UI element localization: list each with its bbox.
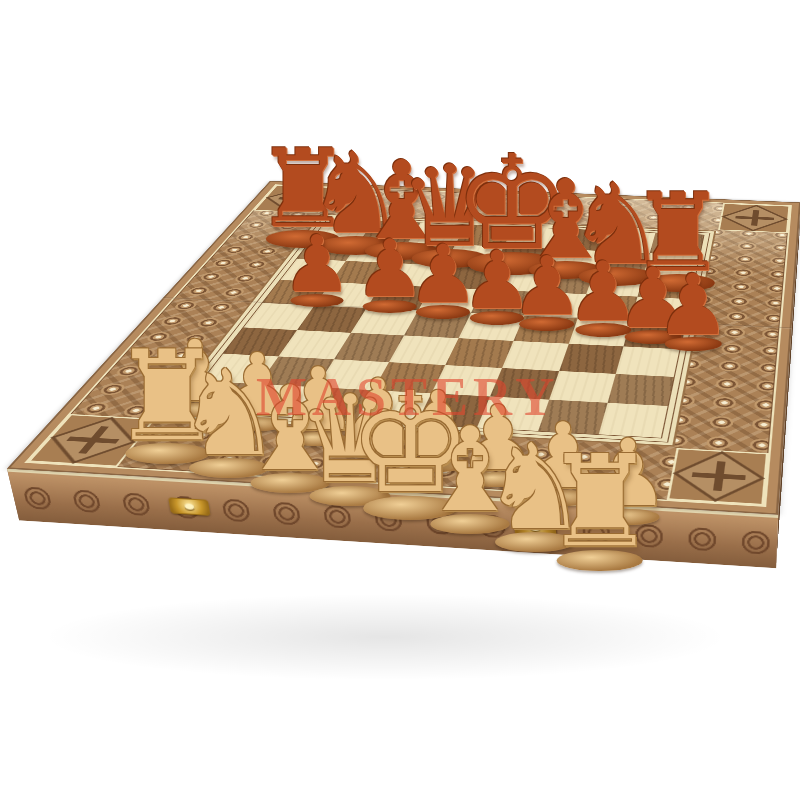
brass-clasp-right bbox=[514, 519, 556, 538]
square-b1 bbox=[237, 384, 315, 417]
square-g6 bbox=[586, 272, 644, 297]
square-c2 bbox=[316, 359, 390, 390]
square-a4 bbox=[244, 303, 315, 330]
square-f3 bbox=[502, 341, 568, 371]
square-a2 bbox=[202, 353, 278, 384]
square-h2 bbox=[608, 374, 674, 406]
square-a1 bbox=[179, 381, 259, 414]
corner-medallion bbox=[718, 203, 790, 233]
square-g8 bbox=[601, 231, 656, 253]
square-h7 bbox=[644, 253, 699, 277]
chess-board-box bbox=[7, 181, 800, 515]
square-a3 bbox=[223, 327, 296, 356]
square-h8 bbox=[650, 233, 704, 255]
brass-clasp-left bbox=[168, 497, 210, 515]
square-c1 bbox=[297, 387, 374, 421]
square-b2 bbox=[259, 356, 334, 387]
square-g7 bbox=[594, 251, 650, 274]
square-g4 bbox=[568, 318, 631, 346]
square-d2 bbox=[373, 362, 445, 394]
square-d4 bbox=[404, 310, 471, 338]
square-h1 bbox=[599, 403, 668, 438]
square-e4 bbox=[459, 313, 524, 341]
square-h4 bbox=[624, 321, 685, 349]
square-f2 bbox=[490, 368, 559, 400]
square-e3 bbox=[445, 338, 513, 368]
board-top bbox=[7, 181, 800, 515]
corner-medallion bbox=[28, 414, 156, 467]
square-e1 bbox=[416, 393, 490, 427]
square-e2 bbox=[431, 365, 502, 397]
board-scene bbox=[0, 0, 800, 800]
square-c3 bbox=[334, 333, 405, 362]
square-e8 bbox=[504, 227, 561, 249]
square-f7 bbox=[543, 249, 601, 272]
square-f8 bbox=[552, 229, 608, 251]
square-h3 bbox=[616, 346, 679, 376]
square-g2 bbox=[549, 371, 617, 403]
square-e7 bbox=[494, 247, 553, 270]
square-b3 bbox=[278, 330, 350, 359]
square-f6 bbox=[534, 270, 594, 295]
product-photo: ♜♞♝♛♚♝♞♜♟♟♟♟♟♟♟♟♟♟♟♟♟♟♟♟♜♞♝♛♚♝♞♜ MASTERY bbox=[0, 0, 800, 800]
square-f5 bbox=[524, 292, 586, 318]
square-g5 bbox=[577, 294, 637, 320]
corner-medallion bbox=[667, 448, 769, 505]
corner-medallion bbox=[253, 185, 339, 213]
square-f1 bbox=[477, 397, 549, 431]
square-d1 bbox=[356, 390, 431, 424]
square-d3 bbox=[389, 335, 458, 364]
square-f4 bbox=[513, 316, 577, 344]
square-g1 bbox=[538, 400, 608, 435]
square-h6 bbox=[638, 274, 695, 299]
square-g3 bbox=[559, 344, 624, 374]
square-h5 bbox=[631, 297, 690, 324]
